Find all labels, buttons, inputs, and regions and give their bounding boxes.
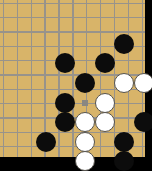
grid-line (72, 0, 73, 157)
grid-line (0, 17, 145, 18)
white-stone[interactable] (95, 93, 115, 113)
white-stone[interactable] (75, 132, 95, 152)
grid-line (0, 31, 145, 32)
grid-line (100, 0, 101, 157)
black-stone[interactable] (95, 53, 115, 73)
white-stone[interactable] (134, 73, 152, 93)
black-stone[interactable] (75, 73, 95, 93)
white-stone[interactable] (114, 73, 134, 93)
black-stone[interactable] (36, 132, 56, 152)
black-stone[interactable] (114, 132, 134, 152)
white-stone[interactable] (75, 112, 95, 132)
go-board-screenshot (0, 0, 152, 171)
white-stone[interactable] (75, 151, 95, 171)
black-stone[interactable] (55, 93, 75, 113)
black-stone[interactable] (114, 34, 134, 54)
grid-line (58, 0, 59, 157)
grid-line (0, 3, 145, 4)
black-stone[interactable] (114, 151, 134, 171)
grid-line (17, 0, 18, 157)
black-stone[interactable] (134, 112, 152, 132)
star-point-marker (82, 100, 88, 106)
grid-line (3, 0, 4, 157)
white-stone[interactable] (95, 112, 115, 132)
grid-line (31, 0, 32, 157)
